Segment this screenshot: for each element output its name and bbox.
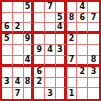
cell-r4c5[interactable] [45,34,56,45]
cell-r1c8[interactable]: 4 [77,2,88,13]
cell-r7c8[interactable]: 2 [77,67,88,78]
cell-r8c7[interactable] [67,78,78,89]
cell-r1c6[interactable] [56,2,67,13]
cell-r9c8[interactable] [77,88,88,99]
cell-r6c9[interactable]: 8 [88,56,99,67]
cell-r4c9[interactable] [88,34,99,45]
cell-r2c7[interactable]: 8 [67,13,78,24]
cell-r2c8[interactable]: 6 [77,13,88,24]
cell-r9c1[interactable] [2,88,13,99]
cell-r2c3[interactable] [24,13,35,24]
cell-r3c1[interactable]: 6 [2,23,13,34]
cell-r6c2[interactable] [13,56,24,67]
cell-r1c7[interactable] [67,2,78,13]
cell-r6c4[interactable] [34,56,45,67]
cell-r8c8[interactable] [77,78,88,89]
cell-r4c4[interactable] [34,34,45,45]
cell-r4c2[interactable] [13,34,24,45]
cell-r9c2[interactable]: 7 [13,88,24,99]
cell-r2c9[interactable]: 7 [88,13,99,24]
cell-r5c4[interactable]: 9 [34,45,45,56]
cell-r5c5[interactable]: 4 [45,45,56,56]
cell-r1c3[interactable]: 5 [24,2,35,13]
cell-r7c2[interactable] [13,67,24,78]
cell-r3c9[interactable] [88,23,99,34]
cell-r3c7[interactable] [67,23,78,34]
cell-r8c9[interactable] [88,78,99,89]
cell-r8c6[interactable] [56,78,67,89]
cell-r6c3[interactable]: 4 [24,56,35,67]
cell-r3c6[interactable]: 4 [56,23,67,34]
cell-r7c9[interactable]: 3 [88,67,99,78]
cell-r9c3[interactable] [24,88,35,99]
cell-r7c1[interactable] [2,67,13,78]
cell-r9c4[interactable] [34,88,45,99]
cell-r1c5[interactable]: 7 [45,2,56,13]
cell-r8c1[interactable]: 3 [2,78,13,89]
cell-r1c4[interactable] [34,2,45,13]
cell-r7c3[interactable] [24,67,35,78]
cell-r5c8[interactable] [77,45,88,56]
cell-r9c6[interactable] [56,88,67,99]
cell-r8c3[interactable]: 8 [24,78,35,89]
cell-r8c5[interactable] [45,78,56,89]
cell-r4c6[interactable] [56,34,67,45]
cell-r8c2[interactable]: 4 [13,78,24,89]
cell-r7c6[interactable] [56,67,67,78]
cell-r3c4[interactable] [34,23,45,34]
cell-r6c1[interactable] [2,56,13,67]
cell-r8c4[interactable]: 2 [34,78,45,89]
cell-r6c5[interactable] [45,56,56,67]
cell-r2c5[interactable] [45,13,56,24]
cell-r1c2[interactable] [13,2,24,13]
cell-r5c6[interactable]: 3 [56,45,67,56]
cell-r5c1[interactable] [2,45,13,56]
cell-r3c2[interactable]: 2 [13,23,24,34]
cell-r5c2[interactable] [13,45,24,56]
cell-r4c1[interactable]: 5 [2,34,13,45]
cell-r3c3[interactable] [24,23,35,34]
cell-r4c7[interactable]: 2 [67,34,78,45]
cell-r7c5[interactable] [45,67,56,78]
cell-r7c4[interactable]: 6 [34,67,45,78]
sudoku-board: 57458676245929434786233482731 [0,0,101,101]
cell-r4c8[interactable] [77,34,88,45]
cell-r3c5[interactable] [45,23,56,34]
cell-r6c6[interactable] [56,56,67,67]
cell-r9c5[interactable]: 3 [45,88,56,99]
cell-r2c4[interactable] [34,13,45,24]
cell-r9c7[interactable]: 1 [67,88,78,99]
cell-r1c1[interactable] [2,2,13,13]
cell-r7c7[interactable] [67,67,78,78]
cell-r4c3[interactable]: 9 [24,34,35,45]
cell-r3c8[interactable] [77,23,88,34]
cell-r6c8[interactable] [77,56,88,67]
cell-r9c9[interactable] [88,88,99,99]
cell-r6c7[interactable]: 7 [67,56,78,67]
cell-r1c9[interactable] [88,2,99,13]
